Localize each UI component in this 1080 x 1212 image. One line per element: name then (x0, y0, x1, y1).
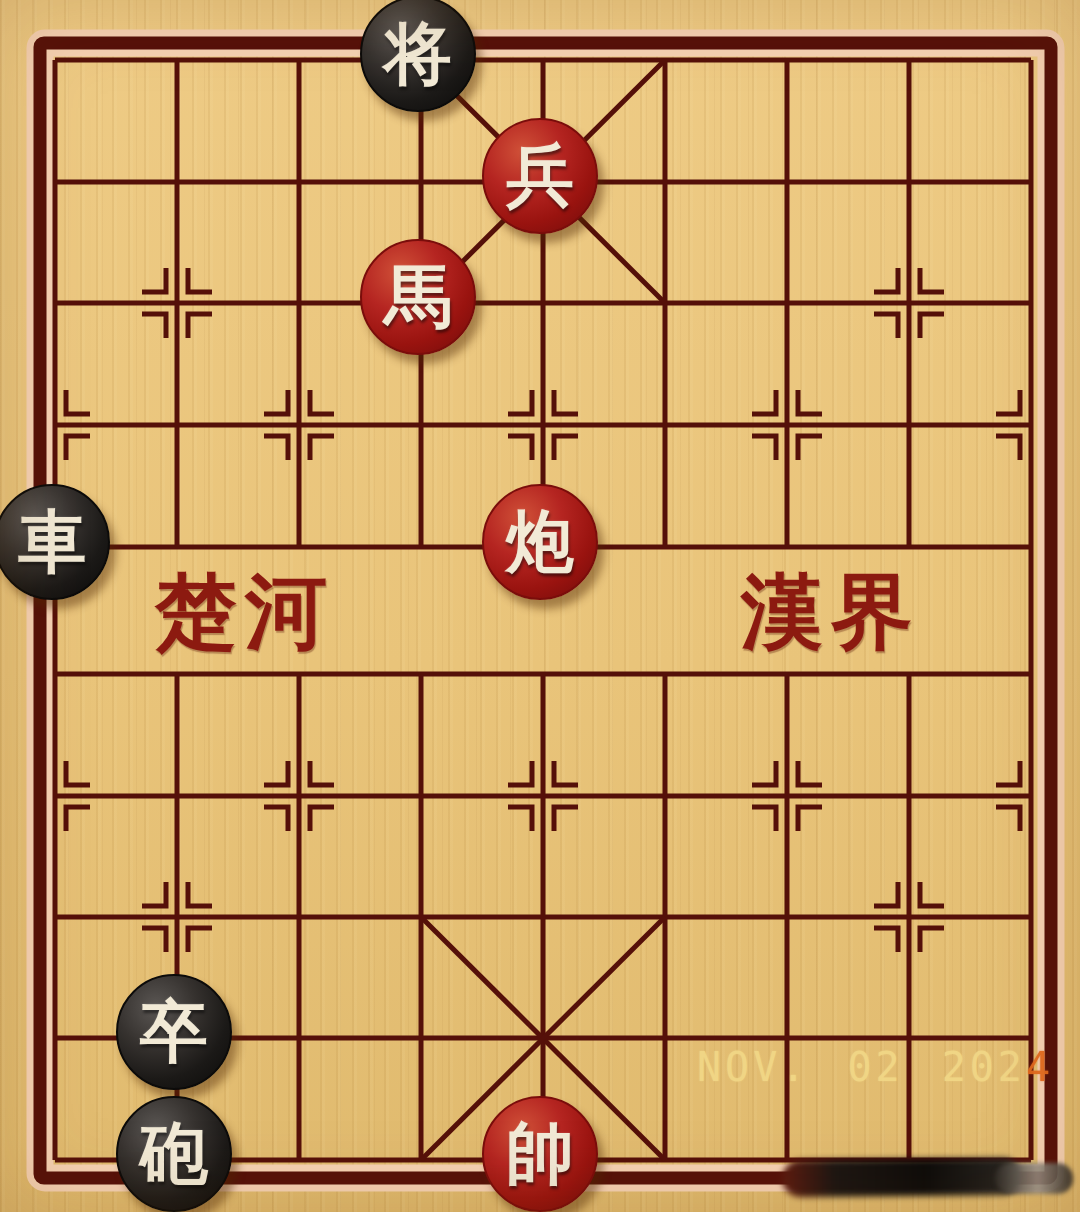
board-cell-black-general: 将 (360, 0, 482, 121)
piece-black-cannon[interactable]: 砲 (116, 1096, 232, 1212)
piece-glyph: 卒 (140, 998, 208, 1066)
board-cell-red-general: 帥 (482, 1099, 604, 1212)
piece-red-horse[interactable]: 馬 (360, 239, 476, 355)
censored-smudge-gray (995, 1163, 1073, 1194)
piece-black-chariot[interactable]: 車 (0, 484, 110, 600)
piece-black-soldier[interactable]: 卒 (116, 974, 232, 1090)
piece-glyph: 帥 (506, 1120, 574, 1188)
piece-black-general[interactable]: 将 (360, 0, 476, 112)
board-cell-black-soldier: 卒 (116, 978, 238, 1100)
date-watermark-text: NOV. 02 202 (697, 1044, 1026, 1090)
xiangqi-board: 楚河 漢界 将兵馬車炮卒砲帥 NOV. 02 2024 (0, 0, 1080, 1212)
board-cell-black-chariot: 車 (0, 486, 116, 611)
piece-red-soldier[interactable]: 兵 (482, 118, 598, 234)
piece-glyph: 砲 (140, 1120, 208, 1188)
board-cell-red-horse: 馬 (360, 243, 482, 365)
piece-glyph: 兵 (506, 142, 574, 210)
censored-smudge-dark (782, 1158, 1022, 1198)
piece-glyph: 車 (18, 508, 86, 576)
pieces-grid: 将兵馬車炮卒砲帥 (0, 0, 1080, 1212)
board-cell-red-soldier: 兵 (482, 121, 604, 243)
date-watermark: NOV. 02 2024 (697, 1044, 1054, 1090)
date-watermark-accent-digit: 4 (1026, 1044, 1054, 1090)
board-cell-black-cannon: 砲 (116, 1099, 238, 1212)
piece-red-general[interactable]: 帥 (482, 1096, 598, 1212)
piece-glyph: 炮 (506, 508, 574, 576)
board-cell-red-cannon: 炮 (482, 486, 604, 611)
piece-glyph: 将 (384, 20, 452, 88)
piece-red-cannon[interactable]: 炮 (482, 484, 598, 600)
piece-glyph: 馬 (384, 263, 452, 331)
